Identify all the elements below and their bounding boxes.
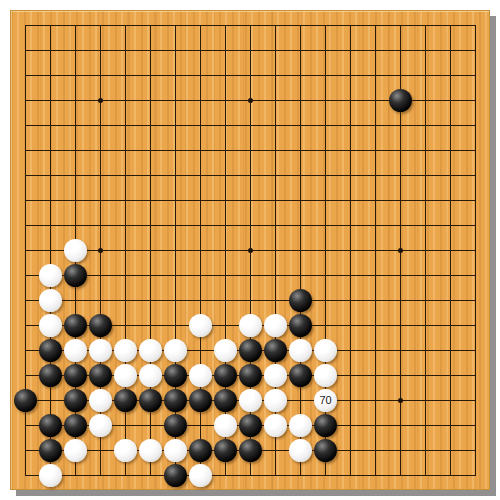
intersection[interactable] — [388, 63, 413, 88]
intersection[interactable] — [363, 413, 388, 438]
black-stone[interactable] — [289, 364, 312, 387]
intersection[interactable] — [138, 363, 163, 388]
intersection[interactable] — [13, 313, 38, 338]
intersection[interactable] — [63, 63, 88, 88]
intersection[interactable] — [138, 288, 163, 313]
black-stone[interactable] — [64, 414, 87, 437]
intersection[interactable] — [63, 138, 88, 163]
intersection[interactable] — [313, 413, 338, 438]
intersection[interactable] — [38, 288, 63, 313]
intersection[interactable] — [113, 263, 138, 288]
intersection[interactable] — [413, 263, 438, 288]
intersection[interactable] — [163, 388, 188, 413]
intersection[interactable] — [438, 363, 463, 388]
intersection[interactable] — [113, 463, 138, 488]
intersection[interactable] — [13, 388, 38, 413]
intersection[interactable] — [463, 63, 488, 88]
intersection[interactable] — [163, 13, 188, 38]
white-stone[interactable] — [89, 389, 112, 412]
intersection[interactable] — [88, 188, 113, 213]
intersection[interactable] — [238, 163, 263, 188]
white-stone[interactable] — [64, 239, 87, 262]
intersection[interactable] — [13, 163, 38, 188]
intersection[interactable] — [238, 113, 263, 138]
intersection[interactable] — [363, 138, 388, 163]
intersection[interactable] — [213, 363, 238, 388]
intersection[interactable] — [388, 238, 413, 263]
intersection[interactable] — [463, 263, 488, 288]
intersection[interactable] — [413, 63, 438, 88]
white-stone[interactable] — [189, 364, 212, 387]
intersection[interactable] — [63, 113, 88, 138]
intersection[interactable] — [238, 88, 263, 113]
intersection[interactable] — [238, 313, 263, 338]
intersection[interactable] — [188, 138, 213, 163]
intersection[interactable] — [88, 63, 113, 88]
intersection[interactable] — [338, 263, 363, 288]
black-stone[interactable] — [214, 439, 237, 462]
intersection[interactable] — [413, 188, 438, 213]
intersection[interactable] — [213, 263, 238, 288]
intersection[interactable] — [413, 288, 438, 313]
white-stone[interactable] — [139, 339, 162, 362]
black-stone[interactable] — [264, 339, 287, 362]
intersection[interactable] — [13, 138, 38, 163]
intersection[interactable] — [338, 413, 363, 438]
intersection[interactable] — [463, 388, 488, 413]
intersection[interactable] — [138, 38, 163, 63]
white-stone[interactable] — [114, 339, 137, 362]
intersection[interactable] — [38, 313, 63, 338]
black-stone[interactable] — [189, 439, 212, 462]
intersection[interactable] — [88, 163, 113, 188]
intersection[interactable] — [363, 313, 388, 338]
intersection[interactable] — [263, 363, 288, 388]
intersection[interactable] — [288, 138, 313, 163]
intersection[interactable] — [188, 213, 213, 238]
intersection[interactable] — [388, 438, 413, 463]
intersection[interactable] — [313, 13, 338, 38]
intersection[interactable] — [213, 213, 238, 238]
intersection[interactable] — [188, 313, 213, 338]
intersection[interactable] — [188, 413, 213, 438]
intersection[interactable] — [338, 338, 363, 363]
intersection[interactable] — [238, 38, 263, 63]
intersection[interactable] — [188, 463, 213, 488]
intersection[interactable] — [38, 363, 63, 388]
white-stone[interactable] — [89, 414, 112, 437]
intersection[interactable] — [463, 238, 488, 263]
intersection[interactable] — [438, 463, 463, 488]
intersection[interactable] — [63, 463, 88, 488]
intersection[interactable] — [163, 413, 188, 438]
intersection[interactable] — [163, 288, 188, 313]
intersection[interactable] — [463, 113, 488, 138]
intersection[interactable] — [188, 88, 213, 113]
intersection[interactable] — [113, 213, 138, 238]
intersection[interactable] — [38, 63, 63, 88]
black-stone[interactable] — [239, 414, 262, 437]
intersection[interactable] — [213, 388, 238, 413]
intersection[interactable] — [13, 438, 38, 463]
intersection[interactable] — [213, 163, 238, 188]
intersection[interactable] — [263, 288, 288, 313]
intersection[interactable] — [213, 338, 238, 363]
intersection[interactable] — [138, 163, 163, 188]
intersection[interactable] — [463, 13, 488, 38]
intersection[interactable] — [88, 288, 113, 313]
intersection[interactable] — [163, 113, 188, 138]
intersection[interactable] — [438, 213, 463, 238]
intersection[interactable] — [38, 238, 63, 263]
intersection[interactable] — [138, 263, 163, 288]
intersection[interactable] — [363, 338, 388, 363]
intersection[interactable] — [388, 263, 413, 288]
intersection[interactable] — [413, 13, 438, 38]
white-stone[interactable] — [289, 414, 312, 437]
intersection[interactable] — [313, 38, 338, 63]
intersection[interactable] — [138, 313, 163, 338]
intersection[interactable] — [213, 13, 238, 38]
go-board[interactable]: 70 — [10, 10, 490, 490]
black-stone[interactable] — [164, 364, 187, 387]
intersection[interactable] — [413, 413, 438, 438]
intersection[interactable] — [163, 438, 188, 463]
intersection[interactable] — [338, 163, 363, 188]
intersection[interactable] — [163, 38, 188, 63]
intersection[interactable] — [288, 288, 313, 313]
intersection[interactable] — [288, 213, 313, 238]
intersection[interactable] — [263, 163, 288, 188]
intersection[interactable] — [38, 163, 63, 188]
intersection[interactable] — [313, 213, 338, 238]
white-stone[interactable] — [239, 314, 262, 337]
intersection[interactable] — [238, 413, 263, 438]
intersection[interactable] — [288, 188, 313, 213]
intersection[interactable] — [438, 88, 463, 113]
intersection[interactable] — [313, 263, 338, 288]
intersection[interactable] — [138, 413, 163, 438]
intersection[interactable] — [438, 338, 463, 363]
intersection[interactable] — [213, 88, 238, 113]
intersection[interactable] — [313, 238, 338, 263]
intersection[interactable] — [263, 313, 288, 338]
intersection[interactable] — [263, 213, 288, 238]
intersection[interactable] — [413, 238, 438, 263]
black-stone[interactable] — [289, 314, 312, 337]
intersection[interactable] — [38, 213, 63, 238]
intersection[interactable] — [413, 388, 438, 413]
intersection[interactable] — [88, 338, 113, 363]
intersection[interactable] — [13, 63, 38, 88]
intersection[interactable] — [388, 463, 413, 488]
intersection[interactable] — [188, 113, 213, 138]
intersection[interactable] — [363, 438, 388, 463]
intersection[interactable] — [338, 38, 363, 63]
intersection[interactable] — [288, 113, 313, 138]
intersection[interactable] — [413, 463, 438, 488]
intersection[interactable] — [363, 263, 388, 288]
intersection[interactable] — [213, 313, 238, 338]
intersection[interactable] — [88, 213, 113, 238]
intersection[interactable] — [388, 213, 413, 238]
black-stone[interactable] — [39, 439, 62, 462]
intersection[interactable] — [388, 288, 413, 313]
intersection[interactable] — [288, 63, 313, 88]
black-stone[interactable] — [214, 389, 237, 412]
intersection[interactable] — [463, 363, 488, 388]
intersection[interactable] — [238, 363, 263, 388]
intersection[interactable] — [188, 238, 213, 263]
intersection[interactable] — [363, 363, 388, 388]
intersection[interactable] — [463, 313, 488, 338]
intersection[interactable] — [138, 388, 163, 413]
intersection[interactable] — [113, 113, 138, 138]
intersection[interactable] — [88, 238, 113, 263]
intersection[interactable] — [413, 363, 438, 388]
intersection[interactable] — [38, 113, 63, 138]
intersection[interactable] — [238, 13, 263, 38]
intersection[interactable] — [63, 38, 88, 63]
intersection[interactable] — [313, 163, 338, 188]
intersection[interactable] — [38, 338, 63, 363]
intersection[interactable] — [88, 88, 113, 113]
intersection[interactable] — [13, 413, 38, 438]
intersection[interactable] — [313, 63, 338, 88]
white-stone[interactable] — [114, 364, 137, 387]
intersection[interactable] — [313, 188, 338, 213]
intersection[interactable] — [138, 463, 163, 488]
black-stone[interactable] — [389, 89, 412, 112]
intersection[interactable] — [363, 113, 388, 138]
white-stone[interactable] — [39, 289, 62, 312]
intersection[interactable] — [88, 263, 113, 288]
intersection[interactable] — [338, 213, 363, 238]
white-stone[interactable] — [189, 314, 212, 337]
intersection[interactable] — [238, 438, 263, 463]
white-stone[interactable] — [264, 414, 287, 437]
intersection[interactable] — [363, 388, 388, 413]
intersection[interactable] — [388, 388, 413, 413]
intersection[interactable] — [38, 263, 63, 288]
intersection[interactable] — [463, 463, 488, 488]
intersection[interactable] — [388, 113, 413, 138]
intersection[interactable] — [213, 138, 238, 163]
intersection[interactable] — [13, 88, 38, 113]
intersection[interactable] — [163, 263, 188, 288]
intersection[interactable] — [13, 113, 38, 138]
black-stone[interactable] — [114, 389, 137, 412]
intersection[interactable] — [138, 88, 163, 113]
intersection[interactable] — [288, 263, 313, 288]
intersection[interactable] — [438, 163, 463, 188]
white-stone[interactable]: 70 — [314, 389, 337, 412]
intersection[interactable] — [238, 288, 263, 313]
intersection[interactable] — [313, 88, 338, 113]
intersection[interactable] — [138, 13, 163, 38]
intersection[interactable] — [338, 388, 363, 413]
intersection[interactable]: 70 — [313, 388, 338, 413]
intersection[interactable] — [138, 188, 163, 213]
intersection[interactable] — [163, 363, 188, 388]
intersection[interactable] — [288, 463, 313, 488]
intersection[interactable] — [163, 188, 188, 213]
intersection[interactable] — [413, 438, 438, 463]
intersection[interactable] — [13, 188, 38, 213]
intersection[interactable] — [63, 338, 88, 363]
intersection[interactable] — [213, 438, 238, 463]
intersection[interactable] — [463, 163, 488, 188]
intersection[interactable] — [63, 388, 88, 413]
intersection[interactable] — [113, 13, 138, 38]
intersection[interactable] — [188, 263, 213, 288]
intersection[interactable] — [313, 288, 338, 313]
intersection[interactable] — [188, 288, 213, 313]
black-stone[interactable] — [214, 364, 237, 387]
intersection[interactable] — [113, 388, 138, 413]
intersection[interactable] — [188, 63, 213, 88]
intersection[interactable] — [213, 288, 238, 313]
white-stone[interactable] — [314, 339, 337, 362]
intersection[interactable] — [438, 113, 463, 138]
intersection[interactable] — [113, 138, 138, 163]
intersection[interactable] — [363, 63, 388, 88]
intersection[interactable] — [288, 13, 313, 38]
intersection[interactable] — [188, 188, 213, 213]
intersection[interactable] — [338, 363, 363, 388]
intersection[interactable] — [63, 163, 88, 188]
intersection[interactable] — [463, 288, 488, 313]
intersection[interactable] — [363, 13, 388, 38]
intersection[interactable] — [13, 338, 38, 363]
intersection[interactable] — [263, 413, 288, 438]
black-stone[interactable] — [139, 389, 162, 412]
intersection[interactable] — [163, 338, 188, 363]
intersection[interactable] — [338, 88, 363, 113]
intersection[interactable] — [238, 188, 263, 213]
black-stone[interactable] — [164, 464, 187, 487]
white-stone[interactable] — [264, 389, 287, 412]
white-stone[interactable] — [289, 339, 312, 362]
intersection[interactable] — [63, 313, 88, 338]
intersection[interactable] — [188, 363, 213, 388]
intersection[interactable] — [413, 138, 438, 163]
intersection[interactable] — [88, 138, 113, 163]
intersection[interactable] — [438, 288, 463, 313]
intersection[interactable] — [63, 188, 88, 213]
intersection[interactable] — [13, 363, 38, 388]
intersection[interactable] — [38, 388, 63, 413]
white-stone[interactable] — [189, 464, 212, 487]
intersection[interactable] — [163, 213, 188, 238]
intersection[interactable] — [63, 213, 88, 238]
intersection[interactable] — [138, 438, 163, 463]
white-stone[interactable] — [264, 314, 287, 337]
intersection[interactable] — [213, 63, 238, 88]
intersection[interactable] — [463, 413, 488, 438]
white-stone[interactable] — [214, 414, 237, 437]
black-stone[interactable] — [239, 364, 262, 387]
intersection[interactable] — [363, 188, 388, 213]
intersection[interactable] — [288, 38, 313, 63]
white-stone[interactable] — [164, 339, 187, 362]
intersection[interactable] — [288, 238, 313, 263]
intersection[interactable] — [263, 13, 288, 38]
intersection[interactable] — [38, 38, 63, 63]
intersection[interactable] — [213, 38, 238, 63]
intersection[interactable] — [88, 363, 113, 388]
intersection[interactable] — [63, 238, 88, 263]
intersection[interactable] — [313, 338, 338, 363]
intersection[interactable] — [463, 188, 488, 213]
intersection[interactable] — [138, 338, 163, 363]
intersection[interactable] — [263, 188, 288, 213]
intersection[interactable] — [263, 263, 288, 288]
black-stone[interactable] — [89, 314, 112, 337]
intersection[interactable] — [388, 138, 413, 163]
intersection[interactable] — [138, 213, 163, 238]
black-stone[interactable] — [239, 339, 262, 362]
black-stone[interactable] — [239, 439, 262, 462]
intersection[interactable] — [113, 338, 138, 363]
intersection[interactable] — [263, 138, 288, 163]
intersection[interactable] — [388, 413, 413, 438]
black-stone[interactable] — [64, 389, 87, 412]
black-stone[interactable] — [164, 389, 187, 412]
intersection[interactable] — [388, 363, 413, 388]
intersection[interactable] — [388, 338, 413, 363]
intersection[interactable] — [163, 138, 188, 163]
black-stone[interactable] — [314, 439, 337, 462]
intersection[interactable] — [38, 138, 63, 163]
intersection[interactable] — [438, 138, 463, 163]
black-stone[interactable] — [14, 389, 37, 412]
intersection[interactable] — [438, 13, 463, 38]
intersection[interactable] — [63, 13, 88, 38]
intersection[interactable] — [113, 363, 138, 388]
intersection[interactable] — [363, 463, 388, 488]
intersection[interactable] — [338, 238, 363, 263]
intersection[interactable] — [463, 213, 488, 238]
intersection[interactable] — [163, 313, 188, 338]
intersection[interactable] — [263, 338, 288, 363]
intersection[interactable] — [288, 438, 313, 463]
intersection[interactable] — [113, 438, 138, 463]
white-stone[interactable] — [64, 439, 87, 462]
intersection[interactable] — [113, 163, 138, 188]
intersection[interactable] — [113, 63, 138, 88]
intersection[interactable] — [413, 163, 438, 188]
intersection[interactable] — [263, 63, 288, 88]
intersection[interactable] — [338, 138, 363, 163]
intersection[interactable] — [288, 338, 313, 363]
intersection[interactable] — [313, 438, 338, 463]
intersection[interactable] — [13, 463, 38, 488]
intersection[interactable] — [188, 163, 213, 188]
intersection[interactable] — [263, 238, 288, 263]
intersection[interactable] — [338, 188, 363, 213]
intersection[interactable] — [388, 163, 413, 188]
intersection[interactable] — [88, 13, 113, 38]
intersection[interactable] — [438, 438, 463, 463]
intersection[interactable] — [313, 313, 338, 338]
intersection[interactable] — [113, 238, 138, 263]
intersection[interactable] — [263, 438, 288, 463]
white-stone[interactable] — [64, 339, 87, 362]
intersection[interactable] — [238, 63, 263, 88]
intersection[interactable] — [13, 238, 38, 263]
intersection[interactable] — [63, 438, 88, 463]
